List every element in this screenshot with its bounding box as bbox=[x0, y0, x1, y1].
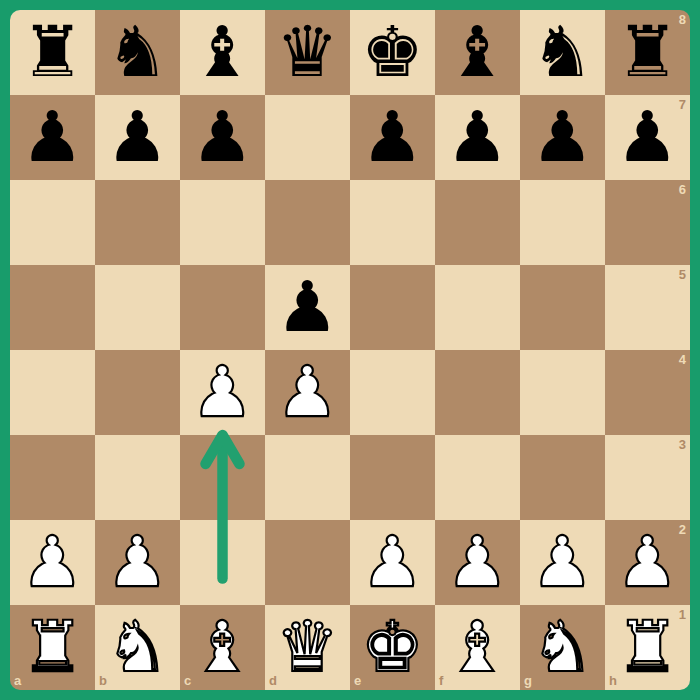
white-pawn[interactable]: ♟ bbox=[520, 520, 605, 605]
square-d6[interactable] bbox=[265, 180, 350, 265]
square-g2[interactable]: ♟ bbox=[520, 520, 605, 605]
square-f2[interactable]: ♟ bbox=[435, 520, 520, 605]
square-a6[interactable] bbox=[10, 180, 95, 265]
white-king[interactable]: ♚ bbox=[350, 605, 435, 690]
square-g6[interactable] bbox=[520, 180, 605, 265]
square-d7[interactable] bbox=[265, 95, 350, 180]
square-d4[interactable]: ♟ bbox=[265, 350, 350, 435]
black-pawn[interactable]: ♟ bbox=[265, 265, 350, 350]
square-e2[interactable]: ♟ bbox=[350, 520, 435, 605]
board-area: ♜♞♝♛♚♝♞♜8♟♟♟♟♟♟♟76♟5♟♟43♟♟♟♟♟♟2♜a♞b♝c♛d♚… bbox=[10, 10, 690, 690]
black-pawn[interactable]: ♟ bbox=[435, 95, 520, 180]
square-c2[interactable] bbox=[180, 520, 265, 605]
white-bishop[interactable]: ♝ bbox=[435, 605, 520, 690]
square-f8[interactable]: ♝ bbox=[435, 10, 520, 95]
square-c3[interactable] bbox=[180, 435, 265, 520]
black-rook[interactable]: ♜ bbox=[605, 10, 690, 95]
black-pawn[interactable]: ♟ bbox=[520, 95, 605, 180]
square-f7[interactable]: ♟ bbox=[435, 95, 520, 180]
square-f1[interactable]: ♝f bbox=[435, 605, 520, 690]
square-a4[interactable] bbox=[10, 350, 95, 435]
white-rook[interactable]: ♜ bbox=[10, 605, 95, 690]
square-e4[interactable] bbox=[350, 350, 435, 435]
square-a5[interactable] bbox=[10, 265, 95, 350]
black-bishop[interactable]: ♝ bbox=[180, 10, 265, 95]
square-b4[interactable] bbox=[95, 350, 180, 435]
square-g3[interactable] bbox=[520, 435, 605, 520]
board-frame: ♜♞♝♛♚♝♞♜8♟♟♟♟♟♟♟76♟5♟♟43♟♟♟♟♟♟2♜a♞b♝c♛d♚… bbox=[0, 0, 700, 700]
square-b8[interactable]: ♞ bbox=[95, 10, 180, 95]
black-pawn[interactable]: ♟ bbox=[95, 95, 180, 180]
white-bishop[interactable]: ♝ bbox=[180, 605, 265, 690]
square-h7[interactable]: ♟7 bbox=[605, 95, 690, 180]
black-knight[interactable]: ♞ bbox=[520, 10, 605, 95]
square-c8[interactable]: ♝ bbox=[180, 10, 265, 95]
white-queen[interactable]: ♛ bbox=[265, 605, 350, 690]
square-h1[interactable]: ♜1h bbox=[605, 605, 690, 690]
white-pawn[interactable]: ♟ bbox=[350, 520, 435, 605]
white-pawn[interactable]: ♟ bbox=[605, 520, 690, 605]
square-f5[interactable] bbox=[435, 265, 520, 350]
square-d1[interactable]: ♛d bbox=[265, 605, 350, 690]
white-knight[interactable]: ♞ bbox=[520, 605, 605, 690]
square-f6[interactable] bbox=[435, 180, 520, 265]
square-h3[interactable]: 3 bbox=[605, 435, 690, 520]
white-rook[interactable]: ♜ bbox=[605, 605, 690, 690]
white-knight[interactable]: ♞ bbox=[95, 605, 180, 690]
square-e6[interactable] bbox=[350, 180, 435, 265]
square-c7[interactable]: ♟ bbox=[180, 95, 265, 180]
square-d3[interactable] bbox=[265, 435, 350, 520]
square-e1[interactable]: ♚e bbox=[350, 605, 435, 690]
rank-label-4: 4 bbox=[679, 353, 686, 366]
square-d5[interactable]: ♟ bbox=[265, 265, 350, 350]
square-g7[interactable]: ♟ bbox=[520, 95, 605, 180]
square-e5[interactable] bbox=[350, 265, 435, 350]
square-b5[interactable] bbox=[95, 265, 180, 350]
rank-label-5: 5 bbox=[679, 268, 686, 281]
square-c6[interactable] bbox=[180, 180, 265, 265]
square-g5[interactable] bbox=[520, 265, 605, 350]
square-a1[interactable]: ♜a bbox=[10, 605, 95, 690]
square-h2[interactable]: ♟2 bbox=[605, 520, 690, 605]
white-pawn[interactable]: ♟ bbox=[435, 520, 520, 605]
square-b1[interactable]: ♞b bbox=[95, 605, 180, 690]
square-b6[interactable] bbox=[95, 180, 180, 265]
square-c5[interactable] bbox=[180, 265, 265, 350]
square-d2[interactable] bbox=[265, 520, 350, 605]
square-b7[interactable]: ♟ bbox=[95, 95, 180, 180]
square-g8[interactable]: ♞ bbox=[520, 10, 605, 95]
black-pawn[interactable]: ♟ bbox=[10, 95, 95, 180]
black-rook[interactable]: ♜ bbox=[10, 10, 95, 95]
square-e8[interactable]: ♚ bbox=[350, 10, 435, 95]
white-pawn[interactable]: ♟ bbox=[180, 350, 265, 435]
black-pawn[interactable]: ♟ bbox=[605, 95, 690, 180]
white-pawn[interactable]: ♟ bbox=[95, 520, 180, 605]
square-a7[interactable]: ♟ bbox=[10, 95, 95, 180]
square-f3[interactable] bbox=[435, 435, 520, 520]
black-pawn[interactable]: ♟ bbox=[350, 95, 435, 180]
black-knight[interactable]: ♞ bbox=[95, 10, 180, 95]
square-f4[interactable] bbox=[435, 350, 520, 435]
square-e3[interactable] bbox=[350, 435, 435, 520]
black-bishop[interactable]: ♝ bbox=[435, 10, 520, 95]
square-a2[interactable]: ♟ bbox=[10, 520, 95, 605]
square-b2[interactable]: ♟ bbox=[95, 520, 180, 605]
square-h5[interactable]: 5 bbox=[605, 265, 690, 350]
square-d8[interactable]: ♛ bbox=[265, 10, 350, 95]
square-h6[interactable]: 6 bbox=[605, 180, 690, 265]
square-c4[interactable]: ♟ bbox=[180, 350, 265, 435]
square-a3[interactable] bbox=[10, 435, 95, 520]
square-g1[interactable]: ♞g bbox=[520, 605, 605, 690]
rank-label-6: 6 bbox=[679, 183, 686, 196]
black-queen[interactable]: ♛ bbox=[265, 10, 350, 95]
black-pawn[interactable]: ♟ bbox=[180, 95, 265, 180]
square-e7[interactable]: ♟ bbox=[350, 95, 435, 180]
rank-label-3: 3 bbox=[679, 438, 686, 451]
square-b3[interactable] bbox=[95, 435, 180, 520]
black-king[interactable]: ♚ bbox=[350, 10, 435, 95]
square-h4[interactable]: 4 bbox=[605, 350, 690, 435]
square-h8[interactable]: ♜8 bbox=[605, 10, 690, 95]
square-c1[interactable]: ♝c bbox=[180, 605, 265, 690]
white-pawn[interactable]: ♟ bbox=[265, 350, 350, 435]
square-g4[interactable] bbox=[520, 350, 605, 435]
square-a8[interactable]: ♜ bbox=[10, 10, 95, 95]
white-pawn[interactable]: ♟ bbox=[10, 520, 95, 605]
chess-board: ♜♞♝♛♚♝♞♜8♟♟♟♟♟♟♟76♟5♟♟43♟♟♟♟♟♟2♜a♞b♝c♛d♚… bbox=[10, 10, 690, 690]
